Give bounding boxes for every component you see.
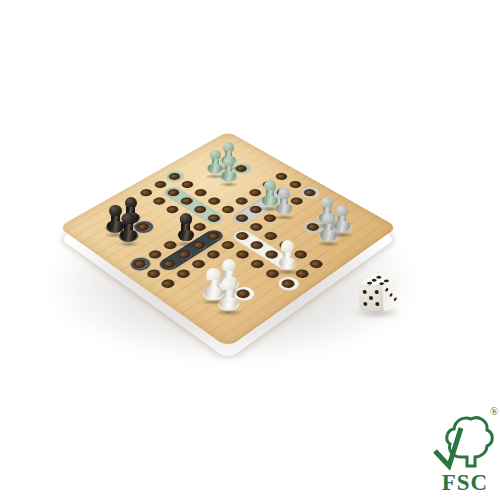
board-hole xyxy=(162,240,179,251)
board-hole xyxy=(233,196,249,206)
board-hole xyxy=(293,268,311,280)
base-ring-black xyxy=(114,227,141,244)
board-hole xyxy=(119,231,136,242)
board-hole xyxy=(319,231,336,242)
die-pip xyxy=(369,296,373,300)
board-hole xyxy=(206,196,222,206)
board-hole xyxy=(234,288,252,300)
base-ring-white xyxy=(214,274,243,293)
board-hole xyxy=(219,298,237,311)
peg-marker xyxy=(128,236,129,237)
board-hole xyxy=(219,240,236,251)
die-pip xyxy=(374,290,378,294)
board-hole xyxy=(191,240,208,251)
base-ring-white xyxy=(213,294,242,314)
home-column-white xyxy=(229,228,300,273)
peg-marker xyxy=(287,264,288,265)
board-hole xyxy=(191,222,208,233)
board-hole xyxy=(279,278,297,290)
start-ring-black xyxy=(126,255,154,273)
die-pip xyxy=(375,302,379,306)
base-ring-grey xyxy=(314,227,341,244)
board-hole xyxy=(204,288,222,300)
board-hole xyxy=(146,249,163,260)
fsc-registered-mark: ® xyxy=(490,405,498,417)
board-hole xyxy=(277,240,294,251)
board-hole xyxy=(175,268,193,280)
die-pip xyxy=(363,290,367,294)
board-hole xyxy=(278,258,296,270)
board-hole xyxy=(145,268,163,280)
board-hole xyxy=(193,188,209,198)
board-hole xyxy=(177,231,194,242)
board-hole xyxy=(288,196,304,206)
die-pip xyxy=(363,302,367,306)
board-hole xyxy=(178,213,195,223)
die-face-front-right xyxy=(382,277,399,311)
board-hole xyxy=(292,249,309,260)
start-ring-white xyxy=(274,274,303,293)
fsc-logo: ® FSC xyxy=(428,402,500,496)
peg-marker xyxy=(185,236,186,237)
board-hole xyxy=(234,249,251,260)
peg-marker xyxy=(228,283,230,284)
board-hole xyxy=(273,172,289,182)
board-hole xyxy=(205,249,222,260)
fsc-label: FSC xyxy=(442,470,488,495)
board-hole xyxy=(260,180,276,190)
peg-marker xyxy=(228,304,230,305)
board-hole xyxy=(248,222,265,233)
board-hole xyxy=(247,188,263,198)
ludo-product-photo: ® FSC xyxy=(0,0,500,500)
board-hole xyxy=(176,249,193,260)
peg-marker xyxy=(341,227,342,228)
board-hole xyxy=(264,268,282,280)
board-hole xyxy=(219,278,237,290)
base-ring-white xyxy=(229,284,258,303)
peg-marker xyxy=(213,293,215,294)
peg-marker xyxy=(115,227,116,228)
die[interactable] xyxy=(354,264,408,318)
board-hole xyxy=(234,231,251,242)
board-hole xyxy=(151,196,167,206)
peg-marker xyxy=(328,236,329,237)
board-hole xyxy=(160,258,178,270)
home-column-black xyxy=(156,228,227,273)
board-hole xyxy=(262,213,279,223)
board-hole xyxy=(152,180,168,190)
board-hole xyxy=(220,204,237,214)
board-hole xyxy=(287,180,303,190)
board-hole xyxy=(164,204,181,214)
board-hole xyxy=(131,258,149,270)
board-hole xyxy=(179,180,195,190)
die-pip xyxy=(385,288,388,292)
board-hole xyxy=(307,258,325,270)
board-hole xyxy=(248,240,265,251)
board-hole xyxy=(205,231,222,242)
board-hole xyxy=(190,258,208,270)
board-hole xyxy=(262,231,279,242)
board-hole xyxy=(249,258,267,270)
board-hole xyxy=(159,278,177,290)
die-pip xyxy=(394,297,397,301)
board-hole xyxy=(138,188,154,198)
board-hole xyxy=(263,249,280,260)
base-ring-white xyxy=(198,284,227,303)
die-face-front-left xyxy=(358,285,383,311)
die-pip xyxy=(389,292,392,296)
